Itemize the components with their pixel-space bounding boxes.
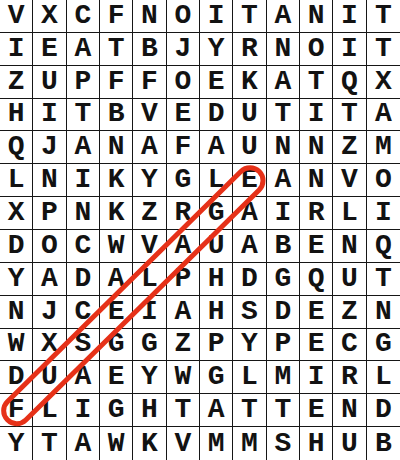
grid-cell[interactable]: U [200,230,233,263]
grid-cell[interactable]: L [0,164,33,197]
grid-cell[interactable]: K [100,164,133,197]
grid-cell[interactable]: I [67,164,100,197]
grid-cell[interactable]: H [300,427,333,460]
grid-cell[interactable]: G [167,164,200,197]
grid-cell[interactable]: F [0,394,33,427]
grid-cell[interactable]: I [200,0,233,33]
grid-cell[interactable]: E [300,230,333,263]
grid-cell[interactable]: B [133,33,166,66]
grid-cell[interactable]: U [233,99,266,132]
grid-cell[interactable]: G [367,329,400,362]
grid-cell[interactable]: V [0,0,33,33]
grid-cell[interactable]: K [233,66,266,99]
grid-cell[interactable]: M [233,427,266,460]
grid-cell[interactable]: U [233,131,266,164]
grid-cell[interactable]: E [300,394,333,427]
grid-cell[interactable]: Q [367,230,400,263]
grid-cell[interactable]: E [100,296,133,329]
grid-cell[interactable]: I [33,99,66,132]
grid-cell[interactable]: D [67,263,100,296]
grid-cell[interactable]: C [67,0,100,33]
grid-cell[interactable]: H [0,99,33,132]
grid-cell[interactable]: D [0,230,33,263]
grid-cell[interactable]: T [67,99,100,132]
grid-cell[interactable]: N [0,296,33,329]
grid-cell[interactable]: M [267,361,300,394]
grid-cell[interactable]: H [200,263,233,296]
grid-cell[interactable]: X [0,197,33,230]
grid-cell[interactable]: V [133,99,166,132]
grid-cell[interactable]: Y [0,263,33,296]
grid-cell[interactable]: H [133,394,166,427]
grid-cell[interactable]: I [333,33,366,66]
grid-cell[interactable]: S [67,329,100,362]
grid-cell[interactable]: G [267,263,300,296]
grid-cell[interactable]: B [100,99,133,132]
grid-cell[interactable]: N [267,131,300,164]
grid-cell[interactable]: U [33,361,66,394]
grid-cell[interactable]: E [100,361,133,394]
grid-cell[interactable]: Y [133,361,166,394]
grid-cell[interactable]: A [167,230,200,263]
grid-cell[interactable]: A [233,230,266,263]
grid-cell[interactable]: I [367,197,400,230]
grid-cell[interactable]: I [267,197,300,230]
grid-cell[interactable]: H [200,296,233,329]
grid-cell[interactable]: P [267,329,300,362]
grid-cell[interactable]: Z [167,329,200,362]
grid-cell[interactable]: Z [0,66,33,99]
grid-cell[interactable]: T [233,394,266,427]
grid-cell[interactable]: D [200,99,233,132]
grid-cell[interactable]: N [333,394,366,427]
grid-cell[interactable]: S [233,296,266,329]
grid-cell[interactable]: N [67,197,100,230]
grid-cell[interactable]: C [67,296,100,329]
grid-cell[interactable]: I [67,394,100,427]
grid-cell[interactable]: A [67,361,100,394]
grid-cell[interactable]: T [367,0,400,33]
grid-cell[interactable]: A [200,394,233,427]
grid-cell[interactable]: Z [333,131,366,164]
grid-cell[interactable]: N [133,0,166,33]
grid-cell[interactable]: S [267,427,300,460]
grid-cell[interactable]: N [300,0,333,33]
grid-cell[interactable]: U [333,427,366,460]
grid-cell[interactable]: T [367,263,400,296]
grid-cell[interactable]: T [333,99,366,132]
grid-cell[interactable]: L [200,164,233,197]
grid-cell[interactable]: T [167,394,200,427]
grid-cell[interactable]: I [133,296,166,329]
grid-cell[interactable]: Z [133,197,166,230]
grid-cell[interactable]: A [67,427,100,460]
grid-cell[interactable]: D [367,394,400,427]
grid-cell[interactable]: R [300,197,333,230]
grid-cell[interactable]: M [200,427,233,460]
grid-cell[interactable]: G [133,329,166,362]
grid-cell[interactable]: A [267,164,300,197]
grid-cell[interactable]: N [367,296,400,329]
grid-cell[interactable]: Q [0,131,33,164]
grid-cell[interactable]: I [300,361,333,394]
grid-cell[interactable]: K [100,197,133,230]
grid-cell[interactable]: A [100,263,133,296]
grid-cell[interactable]: T [233,0,266,33]
grid-cell[interactable]: G [100,329,133,362]
grid-cell[interactable]: V [133,230,166,263]
grid-cell[interactable]: D [0,361,33,394]
grid-cell[interactable]: P [167,263,200,296]
grid-cell[interactable]: N [33,164,66,197]
grid-cell[interactable]: A [33,263,66,296]
grid-cell[interactable]: T [267,99,300,132]
grid-cell[interactable]: L [33,394,66,427]
grid-cell[interactable]: G [100,394,133,427]
grid-cell[interactable]: T [300,66,333,99]
grid-cell[interactable]: L [233,361,266,394]
grid-cell[interactable]: C [333,329,366,362]
grid-cell[interactable]: Y [0,427,33,460]
grid-cell[interactable]: I [300,99,333,132]
grid-cell[interactable]: O [300,33,333,66]
grid-cell[interactable]: W [0,329,33,362]
grid-cell[interactable]: A [67,33,100,66]
grid-cell[interactable]: A [367,99,400,132]
grid-cell[interactable]: E [233,164,266,197]
grid-cell[interactable]: F [100,0,133,33]
grid-cell[interactable]: T [367,33,400,66]
grid-cell[interactable]: R [233,33,266,66]
grid-cell[interactable]: F [133,66,166,99]
grid-cell[interactable]: O [167,0,200,33]
grid-cell[interactable]: B [367,427,400,460]
grid-cell[interactable]: F [167,131,200,164]
grid-cell[interactable]: D [233,263,266,296]
word-search-board: VXCFNOITANITIEATBJYRNOITZUPFFOEKATQXHITB… [0,0,400,460]
grid-cell[interactable]: Z [333,296,366,329]
grid-cell[interactable]: W [100,230,133,263]
grid-cell[interactable]: Y [133,164,166,197]
grid-cell[interactable]: A [67,131,100,164]
grid-cell[interactable]: N [300,131,333,164]
grid-cell[interactable]: A [267,66,300,99]
grid-cell[interactable]: R [167,197,200,230]
grid-cell[interactable]: N [100,131,133,164]
grid-cell[interactable]: E [167,99,200,132]
grid-cell[interactable]: P [67,66,100,99]
grid-cell[interactable]: N [267,33,300,66]
grid-cell[interactable]: V [167,427,200,460]
grid-cell[interactable]: J [167,33,200,66]
grid-cell[interactable]: X [33,0,66,33]
grid-cell[interactable]: W [167,361,200,394]
grid-cell[interactable]: N [300,164,333,197]
grid-cell[interactable]: Y [233,329,266,362]
grid-cell[interactable]: V [333,164,366,197]
grid-cell[interactable]: P [200,329,233,362]
grid-cell[interactable]: N [333,230,366,263]
grid-cell[interactable]: E [300,296,333,329]
grid-cell[interactable]: K [133,427,166,460]
grid-cell[interactable]: T [33,427,66,460]
grid-cell[interactable]: W [100,427,133,460]
grid-cell[interactable]: G [200,197,233,230]
grid-cell[interactable]: E [33,33,66,66]
grid-cell[interactable]: L [333,197,366,230]
grid-cell[interactable]: P [33,197,66,230]
grid-cell[interactable]: X [33,329,66,362]
grid-cell[interactable]: A [267,0,300,33]
grid-cell[interactable]: E [300,329,333,362]
grid-cell[interactable]: I [333,0,366,33]
grid-cell[interactable]: C [67,230,100,263]
grid-cell[interactable]: J [33,131,66,164]
grid-cell[interactable]: L [133,263,166,296]
grid-cell[interactable]: G [200,361,233,394]
grid-cell[interactable]: A [233,197,266,230]
grid-cell[interactable]: X [367,66,400,99]
grid-cell[interactable]: Y [200,33,233,66]
grid-cell[interactable]: A [167,296,200,329]
grid-cell[interactable]: J [33,296,66,329]
grid-cell[interactable]: A [133,131,166,164]
grid-cell[interactable]: D [267,296,300,329]
grid-cell[interactable]: U [333,263,366,296]
letter-grid: VXCFNOITANITIEATBJYRNOITZUPFFOEKATQXHITB… [0,0,400,460]
grid-cell[interactable]: A [200,131,233,164]
grid-cell[interactable]: Q [333,66,366,99]
grid-cell[interactable]: B [267,230,300,263]
grid-cell[interactable]: O [167,66,200,99]
grid-cell[interactable]: Q [300,263,333,296]
grid-cell[interactable]: M [367,131,400,164]
grid-cell[interactable]: R [333,361,366,394]
grid-cell[interactable]: O [367,164,400,197]
grid-cell[interactable]: L [367,361,400,394]
grid-cell[interactable]: E [200,66,233,99]
grid-cell[interactable]: U [33,66,66,99]
grid-cell[interactable]: T [100,33,133,66]
grid-cell[interactable]: T [267,394,300,427]
grid-cell[interactable]: O [33,230,66,263]
grid-cell[interactable]: F [100,66,133,99]
grid-cell[interactable]: I [0,33,33,66]
